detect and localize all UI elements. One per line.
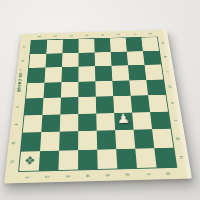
square — [131, 95, 150, 112]
square — [141, 37, 159, 51]
square — [78, 66, 95, 81]
square — [40, 132, 60, 151]
square — [116, 148, 137, 168]
square — [126, 38, 143, 52]
square — [97, 130, 117, 149]
square — [96, 113, 115, 131]
square — [29, 53, 46, 68]
square — [59, 131, 78, 150]
square — [127, 51, 145, 65]
square — [43, 82, 61, 98]
square — [26, 82, 44, 98]
square — [111, 51, 128, 65]
square — [61, 81, 78, 97]
square — [135, 148, 156, 168]
square — [95, 52, 112, 66]
square — [46, 40, 63, 54]
square — [61, 67, 78, 82]
square — [78, 52, 95, 66]
chess-board-grid: ♟❖ — [18, 37, 177, 172]
square — [23, 115, 43, 133]
square — [115, 130, 135, 149]
photo-background: 12345678 12345678 abcdefgh abcdefgh ♘ US… — [0, 0, 200, 200]
square — [60, 114, 79, 132]
square — [112, 65, 130, 80]
square — [62, 39, 78, 53]
square — [24, 98, 43, 115]
square — [78, 131, 97, 150]
square — [148, 95, 168, 112]
square — [110, 38, 127, 52]
square — [150, 111, 171, 129]
corner-emblem: ❖ — [19, 151, 40, 171]
square — [95, 66, 112, 81]
square — [78, 149, 98, 169]
us-chess-edge-text: US CHESS — [16, 73, 22, 92]
square — [28, 67, 46, 82]
square — [152, 129, 173, 148]
white-pawn: ♟ — [117, 113, 131, 126]
square: ♟ — [114, 112, 133, 130]
square — [58, 150, 78, 170]
square — [97, 149, 117, 169]
square — [113, 96, 132, 113]
square — [21, 132, 41, 151]
square — [42, 98, 61, 115]
square — [62, 53, 79, 67]
square — [41, 114, 60, 132]
square — [146, 79, 165, 95]
chess-board-sheet: 12345678 12345678 abcdefgh abcdefgh ♘ US… — [4, 30, 192, 183]
square — [78, 81, 95, 97]
square — [128, 65, 146, 80]
square — [96, 96, 114, 113]
square — [154, 147, 176, 167]
square — [45, 67, 62, 82]
us-chess-branding: ♘ US CHESS — [15, 67, 23, 92]
square — [94, 38, 110, 52]
square — [78, 97, 96, 114]
square — [143, 50, 161, 64]
square — [129, 80, 148, 96]
square — [45, 53, 62, 67]
square — [30, 40, 47, 54]
square — [112, 80, 130, 96]
square — [39, 150, 59, 170]
square — [60, 97, 78, 114]
square — [79, 39, 95, 53]
square: ❖ — [19, 151, 40, 171]
square — [134, 129, 155, 148]
square — [145, 64, 164, 79]
square — [132, 112, 152, 130]
us-chess-logo-icon: ♘ — [18, 67, 23, 72]
square — [78, 113, 96, 131]
square — [95, 81, 113, 97]
